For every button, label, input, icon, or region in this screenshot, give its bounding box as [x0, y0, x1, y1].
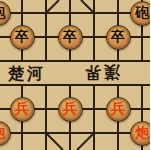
black-cannon-piece[interactable]: 砲 [130, 1, 151, 26]
red-cannon-piece[interactable]: 炮 [130, 121, 151, 146]
piece-glyph: 兵 [111, 102, 125, 116]
red-soldier-piece[interactable]: 兵 [10, 97, 35, 122]
black-soldier-piece[interactable]: 卒 [58, 25, 83, 50]
black-soldier-piece[interactable]: 卒 [106, 25, 131, 50]
piece-layer: 砲砲卒卒卒兵兵兵炮炮 [0, 1, 150, 145]
piece-glyph: 炮 [135, 126, 149, 140]
xiangqi-board: 楚河 漢界 砲砲卒卒卒兵兵兵炮炮 [0, 0, 150, 150]
piece-glyph: 卒 [15, 30, 29, 44]
piece-glyph: 卒 [111, 30, 125, 44]
piece-glyph: 炮 [0, 126, 5, 140]
piece-glyph: 卒 [63, 30, 77, 44]
red-soldier-piece[interactable]: 兵 [58, 97, 83, 122]
black-soldier-piece[interactable]: 卒 [10, 25, 35, 50]
red-cannon-piece[interactable]: 炮 [0, 121, 11, 146]
black-cannon-piece[interactable]: 砲 [0, 1, 11, 26]
piece-glyph: 兵 [63, 102, 77, 116]
piece-glyph: 砲 [135, 6, 149, 20]
piece-glyph: 砲 [0, 6, 5, 20]
piece-glyph: 兵 [15, 102, 29, 116]
red-soldier-piece[interactable]: 兵 [106, 97, 131, 122]
